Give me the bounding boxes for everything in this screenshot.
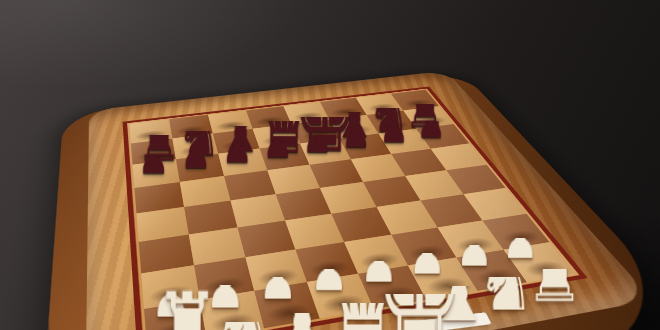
king-finial: [392, 177, 399, 198]
photo-frame: ♜♞♝♛♚♝♞♜♟♟♟♟♟♟♟♟♟♟♟♟♟♟♟♟♜♞♝♛♚♝♞♜: [0, 0, 660, 330]
board-inlay-border: ♜♞♝♛♚♝♞♜♟♟♟♟♟♟♟♟♟♟♟♟♟♟♟♟♜♞♝♛♚♝♞♜: [123, 86, 588, 330]
square-a1: ♜: [144, 300, 206, 330]
scene: ♜♞♝♛♚♝♞♜♟♟♟♟♟♟♟♟♟♟♟♟♟♟♟♟♜♞♝♛♚♝♞♜: [0, 0, 660, 330]
chess-table: ♜♞♝♛♚♝♞♜♟♟♟♟♟♟♟♟♟♟♟♟♟♟♟♟♜♞♝♛♚♝♞♜: [85, 71, 653, 330]
board-edge-sticker: [416, 312, 492, 330]
king-finial: [306, 34, 311, 49]
